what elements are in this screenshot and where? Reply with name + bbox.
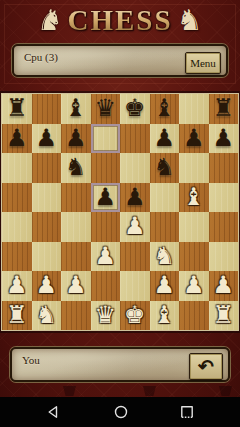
square-a5[interactable]	[2, 183, 32, 213]
white-pawn-b2: ♟	[32, 271, 62, 301]
square-f2[interactable]: ♟	[150, 271, 180, 301]
square-f7[interactable]: ♟	[150, 124, 180, 154]
square-h4[interactable]	[209, 212, 239, 242]
black-pawn-b7: ♟	[32, 124, 62, 154]
square-h6[interactable]	[209, 153, 239, 183]
square-e1[interactable]: ♚	[120, 301, 150, 331]
square-a6[interactable]	[2, 153, 32, 183]
square-a7[interactable]: ♟	[2, 124, 32, 154]
black-pawn-e5: ♟	[120, 183, 150, 213]
square-c4[interactable]	[61, 212, 91, 242]
home-icon[interactable]	[114, 405, 128, 419]
square-d5[interactable]: ♟	[91, 183, 121, 213]
app-title: CHESS	[67, 1, 172, 39]
square-b4[interactable]	[32, 212, 62, 242]
black-rook-h8: ♜	[209, 94, 239, 124]
background-ornament	[143, 386, 156, 396]
black-pawn-h7: ♟	[209, 124, 239, 154]
square-h8[interactable]: ♜	[209, 94, 239, 124]
square-f1[interactable]: ♝	[150, 301, 180, 331]
square-a4[interactable]	[2, 212, 32, 242]
square-a1[interactable]: ♜	[2, 301, 32, 331]
square-b1[interactable]: ♞	[32, 301, 62, 331]
black-bishop-f8: ♝	[150, 94, 180, 124]
white-knight-b1: ♞	[32, 301, 62, 331]
square-f4[interactable]	[150, 212, 180, 242]
white-rook-a1: ♜	[2, 301, 32, 331]
white-pawn-c2: ♟	[61, 271, 91, 301]
white-rook-h1: ♜	[209, 301, 239, 331]
opponent-label: Cpu (3)	[24, 51, 58, 63]
white-pawn-g2: ♟	[179, 271, 209, 301]
white-pawn-h2: ♟	[209, 271, 239, 301]
square-b2[interactable]: ♟	[32, 271, 62, 301]
square-g8[interactable]	[179, 94, 209, 124]
square-g5[interactable]: ♝	[179, 183, 209, 213]
title-bar: ♞ CHESS ♞	[0, 0, 240, 40]
square-e7[interactable]	[120, 124, 150, 154]
white-queen-d1: ♛	[91, 301, 121, 331]
square-b5[interactable]	[32, 183, 62, 213]
square-c1[interactable]	[61, 301, 91, 331]
square-b6[interactable]	[32, 153, 62, 183]
square-d2[interactable]	[91, 271, 121, 301]
knight-logo-right-icon: ♞	[177, 3, 203, 37]
square-h1[interactable]: ♜	[209, 301, 239, 331]
square-e2[interactable]	[120, 271, 150, 301]
square-a8[interactable]: ♜	[2, 94, 32, 124]
square-a2[interactable]: ♟	[2, 271, 32, 301]
white-knight-f3: ♞	[150, 242, 180, 272]
square-d7[interactable]	[91, 124, 121, 154]
back-icon[interactable]	[46, 405, 60, 419]
square-f6[interactable]: ♞	[150, 153, 180, 183]
black-pawn-f7: ♟	[150, 124, 180, 154]
black-bishop-c8: ♝	[61, 94, 91, 124]
square-f8[interactable]: ♝	[150, 94, 180, 124]
square-g3[interactable]	[179, 242, 209, 272]
square-e3[interactable]	[120, 242, 150, 272]
undo-button[interactable]: ↶	[189, 353, 223, 380]
square-d4[interactable]	[91, 212, 121, 242]
square-d6[interactable]	[91, 153, 121, 183]
square-b8[interactable]	[32, 94, 62, 124]
black-pawn-c7: ♟	[61, 124, 91, 154]
square-b3[interactable]	[32, 242, 62, 272]
square-c2[interactable]: ♟	[61, 271, 91, 301]
square-g1[interactable]	[179, 301, 209, 331]
square-h7[interactable]: ♟	[209, 124, 239, 154]
square-e6[interactable]	[120, 153, 150, 183]
square-h3[interactable]	[209, 242, 239, 272]
background-ornament	[219, 386, 232, 396]
square-e5[interactable]: ♟	[120, 183, 150, 213]
menu-button[interactable]: Menu	[185, 52, 221, 74]
square-d8[interactable]: ♛	[91, 94, 121, 124]
square-a3[interactable]	[2, 242, 32, 272]
black-rook-a8: ♜	[2, 94, 32, 124]
white-bishop-g5: ♝	[179, 183, 209, 213]
square-c3[interactable]	[61, 242, 91, 272]
square-g4[interactable]	[179, 212, 209, 242]
black-knight-c6: ♞	[61, 153, 91, 183]
square-c8[interactable]: ♝	[61, 94, 91, 124]
android-nav-bar	[0, 397, 240, 427]
square-g7[interactable]: ♟	[179, 124, 209, 154]
square-f5[interactable]	[150, 183, 180, 213]
white-pawn-f2: ♟	[150, 271, 180, 301]
black-knight-f6: ♞	[150, 153, 180, 183]
square-c5[interactable]	[61, 183, 91, 213]
square-g2[interactable]: ♟	[179, 271, 209, 301]
player-panel: You ↶	[10, 347, 230, 382]
square-f3[interactable]: ♞	[150, 242, 180, 272]
black-queen-d8: ♛	[91, 94, 121, 124]
knight-logo-left-icon: ♞	[37, 3, 63, 37]
square-d1[interactable]: ♛	[91, 301, 121, 331]
screen: ♞ CHESS ♞ Cpu (3) Menu ♜♝♛♚♝♜♟♟♟♟♟♟♞♞♟♟♝…	[0, 0, 240, 427]
square-d3[interactable]: ♟	[91, 242, 121, 272]
opponent-panel: Cpu (3) Menu	[12, 44, 228, 77]
square-h2[interactable]: ♟	[209, 271, 239, 301]
white-pawn-a2: ♟	[2, 271, 32, 301]
player-label: You	[22, 354, 40, 366]
undo-icon: ↶	[198, 357, 214, 376]
black-king-e8: ♚	[120, 94, 150, 124]
black-pawn-a7: ♟	[2, 124, 32, 154]
white-bishop-f1: ♝	[150, 301, 180, 331]
white-king-e1: ♚	[120, 301, 150, 331]
square-e8[interactable]: ♚	[120, 94, 150, 124]
square-g6[interactable]	[179, 153, 209, 183]
recents-icon[interactable]	[180, 405, 194, 419]
square-c6[interactable]: ♞	[61, 153, 91, 183]
black-pawn-g7: ♟	[179, 124, 209, 154]
square-b7[interactable]: ♟	[32, 124, 62, 154]
square-c7[interactable]: ♟	[61, 124, 91, 154]
white-pawn-d3: ♟	[91, 242, 121, 272]
background-ornament	[63, 386, 76, 396]
black-pawn-d5: ♟	[91, 183, 121, 213]
square-h5[interactable]	[209, 183, 239, 213]
square-e4[interactable]: ♟	[120, 212, 150, 242]
chess-board: ♜♝♛♚♝♜♟♟♟♟♟♟♞♞♟♟♝♟♟♞♟♟♟♟♟♟♜♞♛♚♝♜	[1, 93, 239, 331]
white-pawn-e4: ♟	[120, 212, 150, 242]
